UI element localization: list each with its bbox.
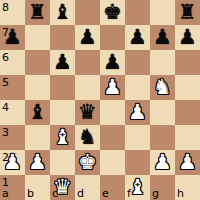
piece-black-pawn[interactable]: ♟ xyxy=(103,50,122,75)
square-b2[interactable]: ♟ xyxy=(25,150,50,175)
square-g4[interactable] xyxy=(150,100,175,125)
square-g7[interactable]: ♟ xyxy=(150,25,175,50)
piece-white-pawn[interactable]: ♟ xyxy=(178,150,197,175)
square-g6[interactable] xyxy=(150,50,175,75)
square-e5[interactable]: ♟ xyxy=(100,75,125,100)
square-c7[interactable] xyxy=(50,25,75,50)
square-g5[interactable]: ♞ xyxy=(150,75,175,100)
piece-white-bishop[interactable]: ♝ xyxy=(128,175,147,200)
square-c5[interactable] xyxy=(50,75,75,100)
square-h1[interactable] xyxy=(175,175,200,200)
square-b1[interactable] xyxy=(25,175,50,200)
piece-white-pawn[interactable]: ♟ xyxy=(3,150,22,175)
square-b6[interactable] xyxy=(25,50,50,75)
square-d6[interactable] xyxy=(75,50,100,75)
square-h2[interactable]: ♟ xyxy=(175,150,200,175)
square-h6[interactable] xyxy=(175,50,200,75)
square-a5[interactable] xyxy=(0,75,25,100)
square-g2[interactable]: ♟ xyxy=(150,150,175,175)
piece-black-pawn[interactable]: ♟ xyxy=(153,25,172,50)
piece-black-pawn[interactable]: ♟ xyxy=(53,50,72,75)
square-c8[interactable]: ♝ xyxy=(50,0,75,25)
square-h5[interactable] xyxy=(175,75,200,100)
square-e2[interactable] xyxy=(100,150,125,175)
piece-black-pawn[interactable]: ♟ xyxy=(128,25,147,50)
square-d4[interactable]: ♛ xyxy=(75,100,100,125)
square-e7[interactable] xyxy=(100,25,125,50)
square-b8[interactable]: ♜ xyxy=(25,0,50,25)
square-g1[interactable] xyxy=(150,175,175,200)
square-a6[interactable] xyxy=(0,50,25,75)
square-h3[interactable] xyxy=(175,125,200,150)
square-h4[interactable] xyxy=(175,100,200,125)
piece-white-king[interactable]: ♚ xyxy=(78,150,97,175)
square-c2[interactable] xyxy=(50,150,75,175)
square-e4[interactable] xyxy=(100,100,125,125)
square-e8[interactable]: ♚ xyxy=(100,0,125,25)
square-h7[interactable]: ♟ xyxy=(175,25,200,50)
square-h8[interactable]: ♜ xyxy=(175,0,200,25)
piece-white-bishop[interactable]: ♝ xyxy=(53,125,72,150)
piece-black-bishop[interactable]: ♝ xyxy=(53,0,72,25)
square-e3[interactable] xyxy=(100,125,125,150)
chess-board: ♜♝♚♜♟♟♟♟♟♟♟♟♞♝♛♟♝♞♟♟♚♟♟♛♝87654321abcdefg… xyxy=(0,0,200,200)
square-a8[interactable] xyxy=(0,0,25,25)
square-d1[interactable] xyxy=(75,175,100,200)
square-e1[interactable] xyxy=(100,175,125,200)
piece-white-pawn[interactable]: ♟ xyxy=(128,100,147,125)
square-b7[interactable] xyxy=(25,25,50,50)
square-d2[interactable]: ♚ xyxy=(75,150,100,175)
piece-black-rook[interactable]: ♜ xyxy=(178,0,197,25)
square-c4[interactable] xyxy=(50,100,75,125)
square-a4[interactable] xyxy=(0,100,25,125)
square-f8[interactable] xyxy=(125,0,150,25)
square-f1[interactable]: ♝ xyxy=(125,175,150,200)
square-f2[interactable] xyxy=(125,150,150,175)
piece-black-bishop[interactable]: ♝ xyxy=(28,100,47,125)
square-d3[interactable]: ♞ xyxy=(75,125,100,150)
square-f7[interactable]: ♟ xyxy=(125,25,150,50)
square-c6[interactable]: ♟ xyxy=(50,50,75,75)
square-d5[interactable] xyxy=(75,75,100,100)
square-f6[interactable] xyxy=(125,50,150,75)
square-a7[interactable]: ♟ xyxy=(0,25,25,50)
square-g8[interactable] xyxy=(150,0,175,25)
square-d7[interactable]: ♟ xyxy=(75,25,100,50)
piece-black-rook[interactable]: ♜ xyxy=(28,0,47,25)
piece-black-king[interactable]: ♚ xyxy=(103,0,122,25)
piece-white-pawn[interactable]: ♟ xyxy=(103,75,122,100)
square-a1[interactable] xyxy=(0,175,25,200)
square-c3[interactable]: ♝ xyxy=(50,125,75,150)
piece-black-pawn[interactable]: ♟ xyxy=(178,25,197,50)
square-b4[interactable]: ♝ xyxy=(25,100,50,125)
piece-black-queen[interactable]: ♛ xyxy=(78,100,97,125)
piece-white-queen[interactable]: ♛ xyxy=(53,175,72,200)
square-f3[interactable] xyxy=(125,125,150,150)
square-a2[interactable]: ♟ xyxy=(0,150,25,175)
square-b3[interactable] xyxy=(25,125,50,150)
piece-black-knight[interactable]: ♞ xyxy=(78,125,97,150)
square-f4[interactable]: ♟ xyxy=(125,100,150,125)
piece-white-knight[interactable]: ♞ xyxy=(153,75,172,100)
piece-black-pawn[interactable]: ♟ xyxy=(3,25,22,50)
square-c1[interactable]: ♛ xyxy=(50,175,75,200)
square-a3[interactable] xyxy=(0,125,25,150)
square-b5[interactable] xyxy=(25,75,50,100)
square-g3[interactable] xyxy=(150,125,175,150)
piece-black-pawn[interactable]: ♟ xyxy=(78,25,97,50)
piece-white-pawn[interactable]: ♟ xyxy=(153,150,172,175)
square-d8[interactable] xyxy=(75,0,100,25)
square-f5[interactable] xyxy=(125,75,150,100)
piece-white-pawn[interactable]: ♟ xyxy=(28,150,47,175)
square-e6[interactable]: ♟ xyxy=(100,50,125,75)
